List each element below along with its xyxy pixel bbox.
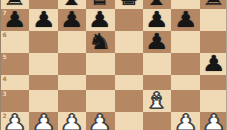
white-pawn[interactable]: ♟ <box>88 112 112 130</box>
white-pawn[interactable]: ♟ <box>32 112 56 130</box>
square-d6[interactable]: ♞ <box>86 31 114 53</box>
square-a4[interactable]: 4 <box>1 75 29 90</box>
square-e4[interactable] <box>115 75 143 90</box>
square-e6[interactable] <box>115 31 143 53</box>
rank-label-6: 6 <box>3 32 7 38</box>
square-c3[interactable] <box>58 90 86 112</box>
square-h6[interactable] <box>200 31 227 53</box>
square-g5[interactable] <box>171 53 199 75</box>
square-b5[interactable] <box>29 53 57 75</box>
square-c7[interactable]: ♟ <box>58 9 86 31</box>
black-pawn[interactable]: ♟ <box>88 9 112 31</box>
square-f7[interactable]: ♟ <box>143 9 171 31</box>
square-c5[interactable] <box>58 53 86 75</box>
square-b6[interactable] <box>29 31 57 53</box>
black-king[interactable]: ♚ <box>117 0 141 9</box>
square-e8[interactable]: ♚ <box>115 0 143 9</box>
black-pawn[interactable]: ♟ <box>60 9 84 31</box>
square-d2[interactable]: ♟ <box>86 112 114 130</box>
square-c2[interactable]: ♟ <box>58 112 86 130</box>
square-b4[interactable] <box>29 75 57 90</box>
square-h8[interactable]: ♜ <box>200 0 227 9</box>
square-a7[interactable]: 7♟ <box>1 9 29 31</box>
square-h7[interactable] <box>200 9 227 31</box>
white-pawn[interactable]: ♟ <box>60 112 84 130</box>
black-pawn[interactable]: ♟ <box>32 9 56 31</box>
square-d7[interactable]: ♟ <box>86 9 114 31</box>
black-knight[interactable]: ♞ <box>88 31 112 53</box>
black-pawn[interactable]: ♟ <box>3 9 27 31</box>
square-e7[interactable] <box>115 9 143 31</box>
square-g7[interactable]: ♟ <box>171 9 199 31</box>
black-pawn[interactable]: ♟ <box>145 31 169 53</box>
chess-board[interactable]: ♜♝♛♚♝♜7♟♟♟♟♟♟6♞♟5♟43♝2♟♟♟♟♟♟ <box>1 0 227 130</box>
square-a3[interactable]: 3 <box>1 90 29 112</box>
chessboard-viewport: ♜♝♛♚♝♜7♟♟♟♟♟♟6♞♟5♟43♝2♟♟♟♟♟♟ <box>0 0 227 130</box>
square-e3[interactable] <box>115 90 143 112</box>
rank-label-4: 4 <box>3 76 7 82</box>
square-c4[interactable] <box>58 75 86 90</box>
square-f5[interactable] <box>143 53 171 75</box>
square-h2[interactable]: ♟ <box>200 112 227 130</box>
square-g3[interactable] <box>171 90 199 112</box>
white-pawn[interactable]: ♟ <box>173 112 197 130</box>
square-b3[interactable] <box>29 90 57 112</box>
square-e2[interactable] <box>115 112 143 130</box>
white-pawn[interactable]: ♟ <box>202 112 226 130</box>
square-f6[interactable]: ♟ <box>143 31 171 53</box>
square-a6[interactable]: 6 <box>1 31 29 53</box>
black-pawn[interactable]: ♟ <box>202 53 226 75</box>
square-d4[interactable] <box>86 75 114 90</box>
square-f3[interactable]: ♝ <box>143 90 171 112</box>
square-a2[interactable]: 2♟ <box>1 112 29 130</box>
square-d3[interactable] <box>86 90 114 112</box>
square-g4[interactable] <box>171 75 199 90</box>
square-f2[interactable] <box>143 112 171 130</box>
black-rook[interactable]: ♜ <box>202 0 226 9</box>
square-a5[interactable]: 5 <box>1 53 29 75</box>
square-b2[interactable]: ♟ <box>29 112 57 130</box>
square-g6[interactable] <box>171 31 199 53</box>
square-b7[interactable]: ♟ <box>29 9 57 31</box>
rank-label-3: 3 <box>3 91 7 97</box>
rank-label-5: 5 <box>3 54 7 60</box>
square-h3[interactable] <box>200 90 227 112</box>
square-h4[interactable] <box>200 75 227 90</box>
square-g2[interactable]: ♟ <box>171 112 199 130</box>
black-pawn[interactable]: ♟ <box>145 9 169 31</box>
square-d5[interactable] <box>86 53 114 75</box>
square-c6[interactable] <box>58 31 86 53</box>
white-pawn[interactable]: ♟ <box>3 112 27 130</box>
black-pawn[interactable]: ♟ <box>173 9 197 31</box>
white-bishop[interactable]: ♝ <box>145 90 169 112</box>
square-e5[interactable] <box>115 53 143 75</box>
square-h5[interactable]: ♟ <box>200 53 227 75</box>
